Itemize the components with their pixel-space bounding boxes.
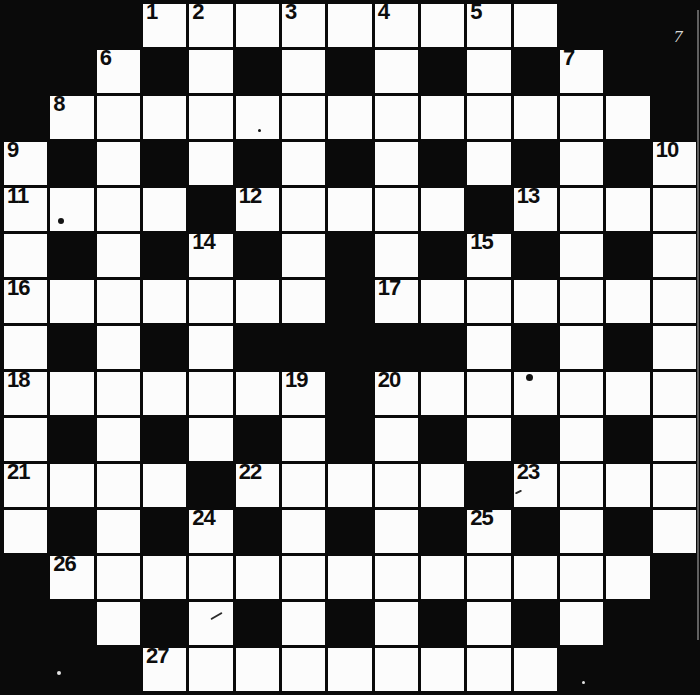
- cell-r7c11[interactable]: [467, 280, 510, 323]
- cell-r1c13: [560, 4, 603, 47]
- crossword-board: 1234567891011121314151617181920212223242…: [0, 0, 700, 695]
- cell-r9c5[interactable]: [189, 372, 232, 415]
- cell-r12c7[interactable]: [282, 510, 325, 553]
- cell-r11c7[interactable]: [282, 464, 325, 507]
- cell-r1c1: [4, 4, 47, 47]
- cell-r6c6: [236, 234, 279, 277]
- cell-r1c12[interactable]: [514, 4, 557, 47]
- cell-r12c4: [143, 510, 186, 553]
- cell-r3c12[interactable]: [514, 96, 557, 139]
- clue-number-19: 19: [285, 369, 307, 391]
- cell-r7c6[interactable]: [236, 280, 279, 323]
- cell-r13c11[interactable]: [467, 556, 510, 599]
- cell-r5c6[interactable]: 12: [236, 188, 279, 231]
- cell-r13c7[interactable]: [282, 556, 325, 599]
- cell-r5c11: [467, 188, 510, 231]
- cell-r9c9[interactable]: 20: [375, 372, 418, 415]
- cell-r9c8: [328, 372, 371, 415]
- cell-r9c10[interactable]: [421, 372, 464, 415]
- cell-r5c3[interactable]: [97, 188, 140, 231]
- cell-r4c8: [328, 142, 371, 185]
- clue-number-17: 17: [378, 277, 400, 299]
- cell-r15c8[interactable]: [328, 648, 371, 691]
- cell-r8c15[interactable]: [653, 326, 696, 369]
- cell-r12c3[interactable]: [97, 510, 140, 553]
- cell-r5c8[interactable]: [328, 188, 371, 231]
- cell-r15c13: [560, 648, 603, 691]
- clue-number-25: 25: [470, 507, 492, 529]
- cell-r14c2: [50, 602, 93, 645]
- cell-r12c12: [514, 510, 557, 553]
- cell-r8c7: [282, 326, 325, 369]
- cell-r2c5[interactable]: [189, 50, 232, 93]
- cell-r4c1[interactable]: 9: [4, 142, 47, 185]
- cell-r3c5[interactable]: [189, 96, 232, 139]
- cell-r4c11[interactable]: [467, 142, 510, 185]
- cell-r13c9[interactable]: [375, 556, 418, 599]
- cell-r7c1[interactable]: 16: [4, 280, 47, 323]
- cell-r13c10[interactable]: [421, 556, 464, 599]
- cell-r3c13[interactable]: [560, 96, 603, 139]
- cell-r3c7[interactable]: [282, 96, 325, 139]
- cell-r2c7[interactable]: [282, 50, 325, 93]
- cell-r15c6[interactable]: [236, 648, 279, 691]
- cell-r12c10: [421, 510, 464, 553]
- cell-r13c12[interactable]: [514, 556, 557, 599]
- cell-r4c13[interactable]: [560, 142, 603, 185]
- cell-r6c4: [143, 234, 186, 277]
- cell-r10c5[interactable]: [189, 418, 232, 461]
- cell-r7c8: [328, 280, 371, 323]
- cell-r3c15: [653, 96, 696, 139]
- cell-r4c6: [236, 142, 279, 185]
- cell-r5c1[interactable]: 11: [4, 188, 47, 231]
- cell-r10c8: [328, 418, 371, 461]
- clue-number-7: 7: [563, 47, 574, 69]
- cell-r11c14[interactable]: [606, 464, 649, 507]
- cell-r9c13[interactable]: [560, 372, 603, 415]
- cell-r13c2[interactable]: 26: [50, 556, 93, 599]
- cell-r14c12: [514, 602, 557, 645]
- cell-r14c6: [236, 602, 279, 645]
- clue-number-20: 20: [378, 369, 400, 391]
- cell-r1c6[interactable]: [236, 4, 279, 47]
- cell-r5c14[interactable]: [606, 188, 649, 231]
- cell-r1c4[interactable]: 1: [143, 4, 186, 47]
- cell-r7c3[interactable]: [97, 280, 140, 323]
- clue-number-12: 12: [239, 185, 261, 207]
- cell-r10c13[interactable]: [560, 418, 603, 461]
- cell-r14c15: [653, 602, 696, 645]
- cell-r12c6: [236, 510, 279, 553]
- clue-number-3: 3: [285, 1, 296, 23]
- cell-r6c15[interactable]: [653, 234, 696, 277]
- cell-r15c2: [50, 648, 93, 691]
- cell-r10c3[interactable]: [97, 418, 140, 461]
- cell-r13c5[interactable]: [189, 556, 232, 599]
- cell-r1c2: [50, 4, 93, 47]
- clue-number-2: 2: [192, 1, 203, 23]
- cell-r10c6: [236, 418, 279, 461]
- cell-r10c11[interactable]: [467, 418, 510, 461]
- cell-r3c1: [4, 96, 47, 139]
- cell-r7c4[interactable]: [143, 280, 186, 323]
- clue-number-22: 22: [239, 461, 261, 483]
- cell-r1c3: [97, 4, 140, 47]
- cell-r14c13[interactable]: [560, 602, 603, 645]
- cell-r11c4[interactable]: [143, 464, 186, 507]
- cell-r10c4: [143, 418, 186, 461]
- clue-number-27: 27: [146, 645, 168, 667]
- cell-r3c6[interactable]: [236, 96, 279, 139]
- clue-number-16: 16: [7, 277, 29, 299]
- cell-r8c5[interactable]: [189, 326, 232, 369]
- clue-number-5: 5: [470, 1, 481, 23]
- cell-r5c4[interactable]: [143, 188, 186, 231]
- cell-r11c12[interactable]: 23: [514, 464, 557, 507]
- clue-number-21: 21: [7, 461, 29, 483]
- cell-r15c5[interactable]: [189, 648, 232, 691]
- cell-r7c13[interactable]: [560, 280, 603, 323]
- cell-r13c8[interactable]: [328, 556, 371, 599]
- cell-r12c8: [328, 510, 371, 553]
- cell-r13c15: [653, 556, 696, 599]
- cell-r2c1: [4, 50, 47, 93]
- cell-r12c13[interactable]: [560, 510, 603, 553]
- cell-r5c15[interactable]: [653, 188, 696, 231]
- cell-r6c12: [514, 234, 557, 277]
- cell-r6c9[interactable]: [375, 234, 418, 277]
- cell-r4c9[interactable]: [375, 142, 418, 185]
- cell-r8c13[interactable]: [560, 326, 603, 369]
- cell-r11c11: [467, 464, 510, 507]
- cell-r2c12: [514, 50, 557, 93]
- cell-r2c11[interactable]: [467, 50, 510, 93]
- cell-r6c10: [421, 234, 464, 277]
- cell-r8c1[interactable]: [4, 326, 47, 369]
- cell-r2c8: [328, 50, 371, 93]
- cell-r5c2[interactable]: [50, 188, 93, 231]
- clue-number-11: 11: [7, 185, 28, 207]
- cell-r13c3[interactable]: [97, 556, 140, 599]
- cell-r6c1[interactable]: [4, 234, 47, 277]
- cell-r11c1[interactable]: 21: [4, 464, 47, 507]
- cell-r7c15[interactable]: [653, 280, 696, 323]
- cell-r15c10[interactable]: [421, 648, 464, 691]
- cell-r3c11[interactable]: [467, 96, 510, 139]
- cell-r8c12: [514, 326, 557, 369]
- cell-r4c10: [421, 142, 464, 185]
- clue-number-14: 14: [192, 231, 214, 253]
- cell-r4c15[interactable]: 10: [653, 142, 696, 185]
- cell-r13c4[interactable]: [143, 556, 186, 599]
- cell-r2c9[interactable]: [375, 50, 418, 93]
- cell-r2c15: [653, 50, 696, 93]
- cell-r2c2: [50, 50, 93, 93]
- cell-r13c14[interactable]: [606, 556, 649, 599]
- cell-r6c8: [328, 234, 371, 277]
- cell-r8c8: [328, 326, 371, 369]
- cell-r1c7[interactable]: 3: [282, 4, 325, 47]
- cell-r11c8[interactable]: [328, 464, 371, 507]
- cell-r4c2: [50, 142, 93, 185]
- cell-r1c11[interactable]: 5: [467, 4, 510, 47]
- clue-number-8: 8: [53, 93, 64, 115]
- cell-r14c7[interactable]: [282, 602, 325, 645]
- clue-number-10: 10: [656, 139, 678, 161]
- cell-r3c3[interactable]: [97, 96, 140, 139]
- cell-r5c9[interactable]: [375, 188, 418, 231]
- clue-number-13: 13: [517, 185, 539, 207]
- cell-r10c14: [606, 418, 649, 461]
- cell-r5c10[interactable]: [421, 188, 464, 231]
- cell-r5c5: [189, 188, 232, 231]
- cell-r1c9[interactable]: 4: [375, 4, 418, 47]
- clue-number-6: 6: [100, 47, 111, 69]
- clue-number-9: 9: [7, 139, 18, 161]
- cell-r2c10: [421, 50, 464, 93]
- cell-r1c8[interactable]: [328, 4, 371, 47]
- clue-number-4: 4: [378, 1, 389, 23]
- cell-r9c2[interactable]: [50, 372, 93, 415]
- cell-r11c13[interactable]: [560, 464, 603, 507]
- cell-r9c4[interactable]: [143, 372, 186, 415]
- cell-r14c9[interactable]: [375, 602, 418, 645]
- cell-r1c10[interactable]: [421, 4, 464, 47]
- cell-r4c5[interactable]: [189, 142, 232, 185]
- cell-r13c1: [4, 556, 47, 599]
- cell-r4c14: [606, 142, 649, 185]
- cell-r3c14[interactable]: [606, 96, 649, 139]
- cell-r12c5[interactable]: 24: [189, 510, 232, 553]
- cell-r14c14: [606, 602, 649, 645]
- clue-number-1: 1: [146, 1, 157, 23]
- cell-r1c15: [653, 4, 696, 47]
- cell-r10c10: [421, 418, 464, 461]
- cell-r8c9: [375, 326, 418, 369]
- cell-r12c1[interactable]: [4, 510, 47, 553]
- cell-r6c7[interactable]: [282, 234, 325, 277]
- cell-r15c4[interactable]: 27: [143, 648, 186, 691]
- cell-r15c3: [97, 648, 140, 691]
- cell-r15c12[interactable]: [514, 648, 557, 691]
- cell-r7c12[interactable]: [514, 280, 557, 323]
- cell-r2c6: [236, 50, 279, 93]
- clue-number-18: 18: [7, 369, 29, 391]
- cell-r14c3[interactable]: [97, 602, 140, 645]
- cell-r7c10[interactable]: [421, 280, 464, 323]
- cell-r6c13[interactable]: [560, 234, 603, 277]
- cell-r8c2: [50, 326, 93, 369]
- cell-r3c9[interactable]: [375, 96, 418, 139]
- cell-r14c1: [4, 602, 47, 645]
- cell-r8c6: [236, 326, 279, 369]
- cell-r15c1: [4, 648, 47, 691]
- cell-r12c2: [50, 510, 93, 553]
- cell-r12c9[interactable]: [375, 510, 418, 553]
- clue-number-15: 15: [470, 231, 492, 253]
- cell-r3c4[interactable]: [143, 96, 186, 139]
- cell-r5c12[interactable]: 13: [514, 188, 557, 231]
- cell-r11c3[interactable]: [97, 464, 140, 507]
- cell-r3c2[interactable]: 8: [50, 96, 93, 139]
- cell-r10c12: [514, 418, 557, 461]
- cell-r15c9[interactable]: [375, 648, 418, 691]
- cell-r11c2[interactable]: [50, 464, 93, 507]
- cell-r9c11[interactable]: [467, 372, 510, 415]
- cell-r8c4: [143, 326, 186, 369]
- cell-r15c15: [653, 648, 696, 691]
- cell-r9c7[interactable]: 19: [282, 372, 325, 415]
- cell-r11c6[interactable]: 22: [236, 464, 279, 507]
- cell-r7c2[interactable]: [50, 280, 93, 323]
- cell-r7c5[interactable]: [189, 280, 232, 323]
- cell-r15c7[interactable]: [282, 648, 325, 691]
- cell-r15c11[interactable]: [467, 648, 510, 691]
- cell-r3c8[interactable]: [328, 96, 371, 139]
- cell-r9c1[interactable]: 18: [4, 372, 47, 415]
- cell-r8c10: [421, 326, 464, 369]
- cell-r14c4: [143, 602, 186, 645]
- cell-r11c5: [189, 464, 232, 507]
- cell-r4c4: [143, 142, 186, 185]
- clue-number-23: 23: [517, 461, 539, 483]
- cell-r3c10[interactable]: [421, 96, 464, 139]
- cell-r4c7[interactable]: [282, 142, 325, 185]
- cell-r2c14: [606, 50, 649, 93]
- cell-r9c12[interactable]: [514, 372, 557, 415]
- cell-r5c13[interactable]: [560, 188, 603, 231]
- cell-r11c15[interactable]: [653, 464, 696, 507]
- cell-r4c12: [514, 142, 557, 185]
- cell-r7c9[interactable]: 17: [375, 280, 418, 323]
- cell-r11c10[interactable]: [421, 464, 464, 507]
- cell-r14c5[interactable]: [189, 602, 232, 645]
- cell-r9c6[interactable]: [236, 372, 279, 415]
- cell-r8c14: [606, 326, 649, 369]
- cell-r10c9[interactable]: [375, 418, 418, 461]
- cell-r12c11[interactable]: 25: [467, 510, 510, 553]
- cell-r1c14: [606, 4, 649, 47]
- cell-r8c11[interactable]: [467, 326, 510, 369]
- cell-r10c15[interactable]: [653, 418, 696, 461]
- cell-r8c3[interactable]: [97, 326, 140, 369]
- cell-r1c5[interactable]: 2: [189, 4, 232, 47]
- cell-r6c14: [606, 234, 649, 277]
- cell-r10c7[interactable]: [282, 418, 325, 461]
- cell-r6c11[interactable]: 15: [467, 234, 510, 277]
- cell-r13c13[interactable]: [560, 556, 603, 599]
- cell-r10c2: [50, 418, 93, 461]
- cell-r12c15[interactable]: [653, 510, 696, 553]
- clue-number-26: 26: [53, 553, 75, 575]
- cell-r15c14: [606, 648, 649, 691]
- cell-r5c7[interactable]: [282, 188, 325, 231]
- cell-r2c4: [143, 50, 186, 93]
- cell-r9c3[interactable]: [97, 372, 140, 415]
- cell-r6c3[interactable]: [97, 234, 140, 277]
- cell-r9c15[interactable]: [653, 372, 696, 415]
- cell-r2c3[interactable]: 6: [97, 50, 140, 93]
- cell-r2c13[interactable]: 7: [560, 50, 603, 93]
- scan-edge-strip: [697, 10, 699, 640]
- clue-number-24: 24: [192, 507, 214, 529]
- cell-r10c1[interactable]: [4, 418, 47, 461]
- cell-r4c3[interactable]: [97, 142, 140, 185]
- cell-r11c9[interactable]: [375, 464, 418, 507]
- cell-r7c7[interactable]: [282, 280, 325, 323]
- cell-r9c14[interactable]: [606, 372, 649, 415]
- cell-r14c8: [328, 602, 371, 645]
- cell-r6c5[interactable]: 14: [189, 234, 232, 277]
- cell-r6c2: [50, 234, 93, 277]
- cell-r14c10: [421, 602, 464, 645]
- cell-r7c14[interactable]: [606, 280, 649, 323]
- cell-r12c14: [606, 510, 649, 553]
- cell-r13c6[interactable]: [236, 556, 279, 599]
- cell-r14c11[interactable]: [467, 602, 510, 645]
